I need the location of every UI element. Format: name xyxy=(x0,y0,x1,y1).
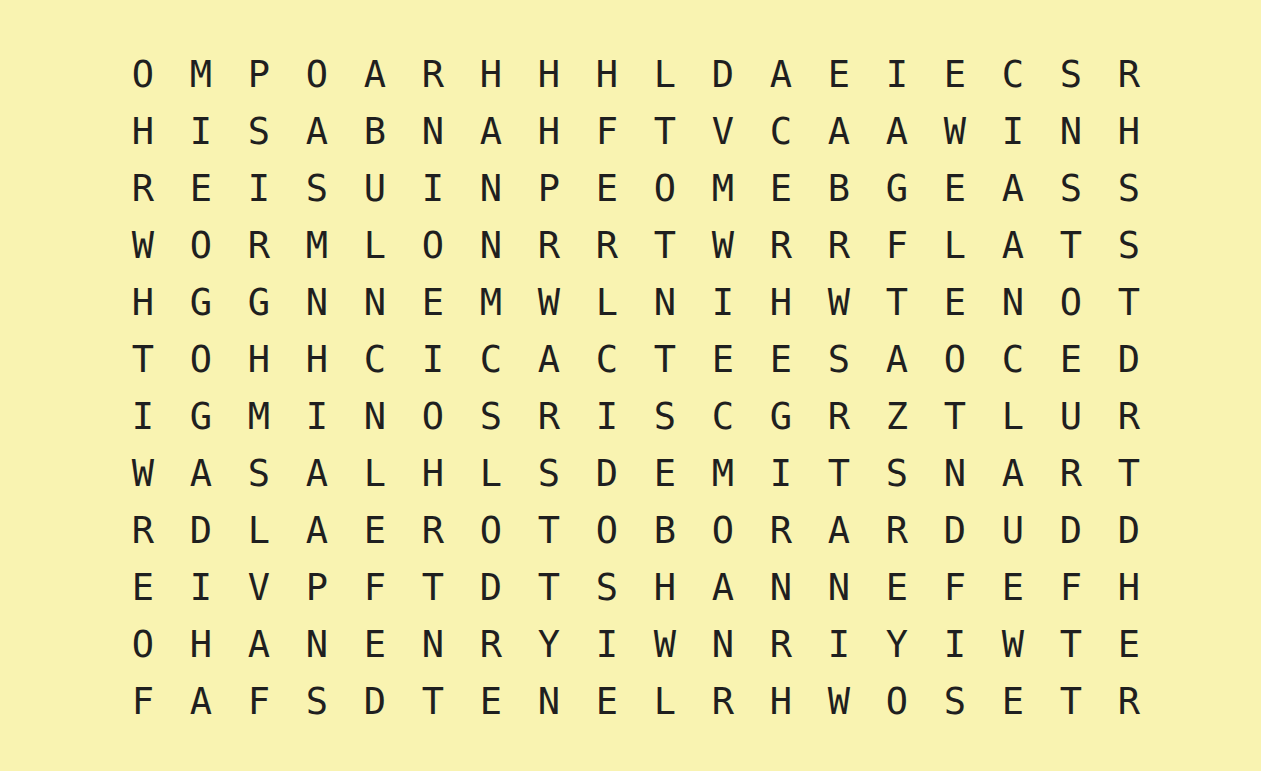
grid-cell[interactable]: N xyxy=(752,559,810,616)
grid-cell[interactable]: B xyxy=(346,103,404,160)
grid-cell[interactable]: I xyxy=(114,388,172,445)
grid-cell[interactable]: U xyxy=(1042,388,1100,445)
grid-cell[interactable]: F xyxy=(926,559,984,616)
grid-cell[interactable]: C xyxy=(984,46,1042,103)
grid-cell[interactable]: T xyxy=(404,559,462,616)
grid-cell[interactable]: W xyxy=(636,616,694,673)
grid-cell[interactable]: A xyxy=(288,502,346,559)
grid-cell[interactable]: M xyxy=(288,217,346,274)
grid-cell[interactable]: R xyxy=(752,217,810,274)
grid-cell[interactable]: A xyxy=(230,616,288,673)
grid-cell[interactable]: N xyxy=(346,274,404,331)
grid-cell[interactable]: T xyxy=(636,103,694,160)
grid-cell[interactable]: A xyxy=(520,331,578,388)
grid-cell[interactable]: W xyxy=(810,274,868,331)
grid-cell[interactable]: T xyxy=(868,274,926,331)
grid-cell[interactable]: A xyxy=(172,445,230,502)
grid-cell[interactable]: S xyxy=(462,388,520,445)
grid-cell[interactable]: I xyxy=(172,103,230,160)
grid-cell[interactable]: Y xyxy=(868,616,926,673)
grid-cell[interactable]: S xyxy=(230,445,288,502)
grid-cell[interactable]: A xyxy=(694,559,752,616)
grid-cell[interactable]: A xyxy=(868,331,926,388)
grid-cell[interactable]: M xyxy=(694,160,752,217)
grid-cell[interactable]: E xyxy=(172,160,230,217)
grid-cell[interactable]: T xyxy=(1042,616,1100,673)
grid-cell[interactable]: S xyxy=(868,445,926,502)
grid-cell[interactable]: N xyxy=(694,616,752,673)
grid-cell[interactable]: N xyxy=(1042,103,1100,160)
grid-cell[interactable]: E xyxy=(810,46,868,103)
grid-cell[interactable]: P xyxy=(288,559,346,616)
grid-cell[interactable]: E xyxy=(578,673,636,730)
grid-cell[interactable]: A xyxy=(984,445,1042,502)
grid-cell[interactable]: R xyxy=(1042,445,1100,502)
grid-cell[interactable]: C xyxy=(984,331,1042,388)
grid-cell[interactable]: R xyxy=(868,502,926,559)
grid-cell[interactable]: R xyxy=(752,616,810,673)
grid-cell[interactable]: R xyxy=(404,46,462,103)
grid-cell[interactable]: N xyxy=(810,559,868,616)
grid-cell[interactable]: L xyxy=(346,217,404,274)
grid-cell[interactable]: M xyxy=(694,445,752,502)
grid-cell[interactable]: I xyxy=(984,103,1042,160)
grid-cell[interactable]: R xyxy=(114,160,172,217)
grid-cell[interactable]: T xyxy=(926,388,984,445)
grid-cell[interactable]: L xyxy=(462,445,520,502)
grid-cell[interactable]: P xyxy=(520,160,578,217)
grid-cell[interactable]: P xyxy=(230,46,288,103)
grid-cell[interactable]: R xyxy=(810,217,868,274)
grid-cell[interactable]: T xyxy=(636,331,694,388)
grid-cell[interactable]: E xyxy=(926,160,984,217)
grid-cell[interactable]: R xyxy=(752,502,810,559)
grid-cell[interactable]: L xyxy=(578,274,636,331)
grid-cell[interactable]: E xyxy=(752,160,810,217)
grid-cell[interactable]: H xyxy=(114,103,172,160)
grid-cell[interactable]: A xyxy=(810,103,868,160)
grid-cell[interactable]: N xyxy=(346,388,404,445)
grid-cell[interactable]: A xyxy=(288,103,346,160)
grid-cell[interactable]: G xyxy=(172,388,230,445)
grid-cell[interactable]: C xyxy=(578,331,636,388)
grid-cell[interactable]: N xyxy=(926,445,984,502)
grid-cell[interactable]: R xyxy=(694,673,752,730)
grid-cell[interactable]: F xyxy=(114,673,172,730)
grid-cell[interactable]: S xyxy=(578,559,636,616)
grid-cell[interactable]: S xyxy=(636,388,694,445)
grid-cell[interactable]: I xyxy=(926,616,984,673)
grid-cell[interactable]: O xyxy=(868,673,926,730)
grid-cell[interactable]: V xyxy=(694,103,752,160)
grid-cell[interactable]: O xyxy=(404,388,462,445)
grid-cell[interactable]: R xyxy=(1100,673,1158,730)
grid-cell[interactable]: H xyxy=(288,331,346,388)
grid-cell[interactable]: N xyxy=(288,274,346,331)
grid-cell[interactable]: C xyxy=(694,388,752,445)
grid-cell[interactable]: A xyxy=(462,103,520,160)
grid-cell[interactable]: E xyxy=(984,559,1042,616)
grid-cell[interactable]: E xyxy=(114,559,172,616)
grid-cell[interactable]: D xyxy=(1100,331,1158,388)
grid-cell[interactable]: T xyxy=(1100,445,1158,502)
grid-cell[interactable]: D xyxy=(462,559,520,616)
grid-cell[interactable]: G xyxy=(172,274,230,331)
grid-cell[interactable]: G xyxy=(752,388,810,445)
grid-cell[interactable]: L xyxy=(926,217,984,274)
grid-cell[interactable]: S xyxy=(926,673,984,730)
grid-cell[interactable]: O xyxy=(636,160,694,217)
grid-cell[interactable]: S xyxy=(1100,160,1158,217)
grid-cell[interactable]: S xyxy=(288,673,346,730)
grid-cell[interactable]: R xyxy=(578,217,636,274)
grid-cell[interactable]: U xyxy=(984,502,1042,559)
grid-cell[interactable]: O xyxy=(114,46,172,103)
grid-cell[interactable]: C xyxy=(346,331,404,388)
grid-cell[interactable]: N xyxy=(288,616,346,673)
grid-cell[interactable]: E xyxy=(984,673,1042,730)
grid-cell[interactable]: R xyxy=(404,502,462,559)
grid-cell[interactable]: E xyxy=(752,331,810,388)
grid-cell[interactable]: M xyxy=(462,274,520,331)
grid-cell[interactable]: A xyxy=(172,673,230,730)
grid-cell[interactable]: E xyxy=(404,274,462,331)
grid-cell[interactable]: A xyxy=(346,46,404,103)
grid-cell[interactable]: T xyxy=(520,502,578,559)
grid-cell[interactable]: E xyxy=(462,673,520,730)
grid-cell[interactable]: R xyxy=(810,388,868,445)
grid-cell[interactable]: H xyxy=(520,46,578,103)
grid-cell[interactable]: W xyxy=(810,673,868,730)
grid-cell[interactable]: I xyxy=(578,616,636,673)
grid-cell[interactable]: I xyxy=(230,160,288,217)
grid-cell[interactable]: M xyxy=(230,388,288,445)
grid-cell[interactable]: A xyxy=(752,46,810,103)
grid-cell[interactable]: D xyxy=(346,673,404,730)
grid-cell[interactable]: N xyxy=(636,274,694,331)
grid-cell[interactable]: O xyxy=(404,217,462,274)
grid-cell[interactable]: W xyxy=(114,217,172,274)
grid-cell[interactable]: H xyxy=(752,673,810,730)
grid-cell[interactable]: E xyxy=(868,559,926,616)
grid-cell[interactable]: H xyxy=(752,274,810,331)
grid-cell[interactable]: E xyxy=(1100,616,1158,673)
grid-cell[interactable]: R xyxy=(520,217,578,274)
grid-cell[interactable]: S xyxy=(1042,46,1100,103)
grid-cell[interactable]: T xyxy=(1100,274,1158,331)
grid-cell[interactable]: F xyxy=(868,217,926,274)
grid-cell[interactable]: T xyxy=(636,217,694,274)
grid-cell[interactable]: A xyxy=(810,502,868,559)
grid-cell[interactable]: B xyxy=(636,502,694,559)
grid-cell[interactable]: L xyxy=(636,46,694,103)
grid-cell[interactable]: N xyxy=(462,217,520,274)
grid-cell[interactable]: H xyxy=(578,46,636,103)
grid-cell[interactable]: D xyxy=(578,445,636,502)
grid-cell[interactable]: I xyxy=(404,160,462,217)
grid-cell[interactable]: B xyxy=(810,160,868,217)
grid-cell[interactable]: S xyxy=(520,445,578,502)
grid-cell[interactable]: O xyxy=(462,502,520,559)
grid-cell[interactable]: S xyxy=(1100,217,1158,274)
grid-cell[interactable]: F xyxy=(346,559,404,616)
grid-cell[interactable]: O xyxy=(578,502,636,559)
grid-cell[interactable]: T xyxy=(1042,673,1100,730)
grid-cell[interactable]: R xyxy=(230,217,288,274)
grid-cell[interactable]: H xyxy=(114,274,172,331)
grid-cell[interactable]: O xyxy=(288,46,346,103)
grid-cell[interactable]: S xyxy=(230,103,288,160)
grid-cell[interactable]: I xyxy=(288,388,346,445)
grid-cell[interactable]: I xyxy=(404,331,462,388)
grid-cell[interactable]: T xyxy=(1042,217,1100,274)
grid-cell[interactable]: I xyxy=(810,616,868,673)
grid-cell[interactable]: W xyxy=(520,274,578,331)
grid-cell[interactable]: O xyxy=(172,217,230,274)
grid-cell[interactable]: S xyxy=(810,331,868,388)
grid-cell[interactable]: F xyxy=(230,673,288,730)
grid-cell[interactable]: I xyxy=(172,559,230,616)
grid-cell[interactable]: D xyxy=(694,46,752,103)
grid-cell[interactable]: A xyxy=(984,217,1042,274)
grid-cell[interactable]: I xyxy=(578,388,636,445)
grid-cell[interactable]: O xyxy=(172,331,230,388)
grid-cell[interactable]: N xyxy=(462,160,520,217)
grid-cell[interactable]: E xyxy=(926,274,984,331)
grid-cell[interactable]: E xyxy=(578,160,636,217)
grid-cell[interactable]: L xyxy=(636,673,694,730)
grid-cell[interactable]: L xyxy=(230,502,288,559)
grid-cell[interactable]: I xyxy=(694,274,752,331)
grid-cell[interactable]: D xyxy=(172,502,230,559)
grid-cell[interactable]: H xyxy=(1100,103,1158,160)
grid-cell[interactable]: H xyxy=(520,103,578,160)
grid-cell[interactable]: D xyxy=(1042,502,1100,559)
grid-cell[interactable]: Z xyxy=(868,388,926,445)
grid-cell[interactable]: F xyxy=(578,103,636,160)
grid-cell[interactable]: T xyxy=(114,331,172,388)
grid-cell[interactable]: A xyxy=(984,160,1042,217)
grid-cell[interactable]: I xyxy=(868,46,926,103)
grid-cell[interactable]: H xyxy=(230,331,288,388)
grid-cell[interactable]: L xyxy=(984,388,1042,445)
grid-cell[interactable]: H xyxy=(636,559,694,616)
grid-cell[interactable]: U xyxy=(346,160,404,217)
grid-cell[interactable]: L xyxy=(346,445,404,502)
grid-cell[interactable]: T xyxy=(520,559,578,616)
grid-cell[interactable]: E xyxy=(346,616,404,673)
grid-cell[interactable]: W xyxy=(694,217,752,274)
grid-cell[interactable]: R xyxy=(114,502,172,559)
grid-cell[interactable]: H xyxy=(1100,559,1158,616)
grid-cell[interactable]: H xyxy=(404,445,462,502)
grid-cell[interactable]: Y xyxy=(520,616,578,673)
grid-cell[interactable]: R xyxy=(520,388,578,445)
grid-cell[interactable]: E xyxy=(636,445,694,502)
grid-cell[interactable]: N xyxy=(984,274,1042,331)
grid-cell[interactable]: G xyxy=(868,160,926,217)
grid-cell[interactable]: E xyxy=(1042,331,1100,388)
grid-cell[interactable]: S xyxy=(1042,160,1100,217)
grid-cell[interactable]: C xyxy=(752,103,810,160)
grid-cell[interactable]: R xyxy=(462,616,520,673)
grid-cell[interactable]: H xyxy=(172,616,230,673)
grid-cell[interactable]: N xyxy=(404,616,462,673)
grid-cell[interactable]: I xyxy=(752,445,810,502)
grid-cell[interactable]: M xyxy=(172,46,230,103)
grid-cell[interactable]: A xyxy=(288,445,346,502)
grid-cell[interactable]: C xyxy=(462,331,520,388)
grid-cell[interactable]: W xyxy=(926,103,984,160)
grid-cell[interactable]: O xyxy=(926,331,984,388)
grid-cell[interactable]: T xyxy=(810,445,868,502)
grid-cell[interactable]: O xyxy=(694,502,752,559)
grid-cell[interactable]: D xyxy=(1100,502,1158,559)
grid-cell[interactable]: N xyxy=(520,673,578,730)
grid-cell[interactable]: V xyxy=(230,559,288,616)
grid-cell[interactable]: D xyxy=(926,502,984,559)
grid-cell[interactable]: R xyxy=(1100,46,1158,103)
grid-cell[interactable]: F xyxy=(1042,559,1100,616)
grid-cell[interactable]: E xyxy=(694,331,752,388)
grid-cell[interactable]: G xyxy=(230,274,288,331)
grid-cell[interactable]: H xyxy=(462,46,520,103)
grid-cell[interactable]: O xyxy=(1042,274,1100,331)
grid-cell[interactable]: E xyxy=(346,502,404,559)
grid-cell[interactable]: T xyxy=(404,673,462,730)
grid-cell[interactable]: O xyxy=(114,616,172,673)
grid-cell[interactable]: W xyxy=(114,445,172,502)
grid-cell[interactable]: R xyxy=(1100,388,1158,445)
grid-cell[interactable]: E xyxy=(926,46,984,103)
grid-cell[interactable]: S xyxy=(288,160,346,217)
grid-cell[interactable]: W xyxy=(984,616,1042,673)
grid-cell[interactable]: A xyxy=(868,103,926,160)
grid-cell[interactable]: N xyxy=(404,103,462,160)
word-search-grid: OMPOARHHHLDAEIECSRHISABNAHFTVCAAWINHREIS… xyxy=(114,46,1158,730)
